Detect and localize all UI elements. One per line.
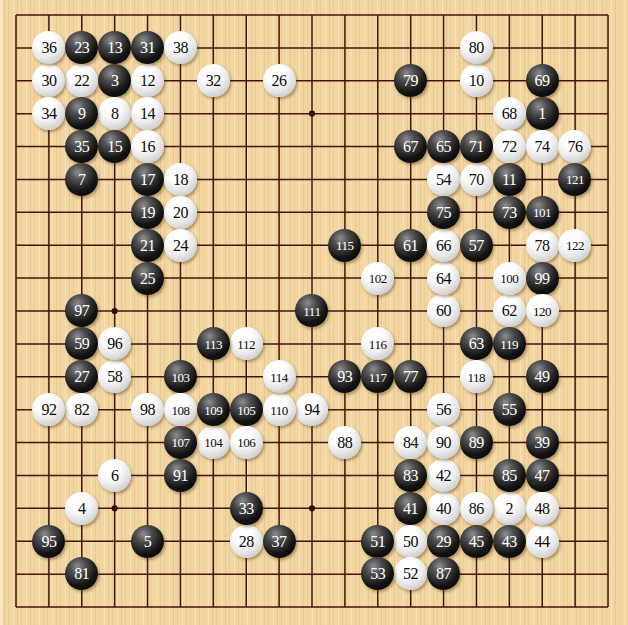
white-stone: 116	[361, 327, 394, 360]
move-number: 27	[74, 368, 89, 385]
white-stone: 70	[460, 163, 493, 196]
move-number: 64	[436, 270, 451, 287]
white-stone: 48	[526, 492, 559, 525]
move-number: 37	[272, 533, 287, 550]
move-number: 103	[171, 370, 189, 384]
move-number: 19	[140, 204, 155, 221]
move-number: 12	[140, 72, 155, 89]
black-stone: 5	[131, 525, 164, 558]
black-stone: 57	[460, 229, 493, 262]
black-stone: 105	[230, 393, 263, 426]
black-stone: 17	[131, 163, 164, 196]
move-number: 93	[337, 368, 352, 385]
move-number: 73	[502, 204, 517, 221]
black-stone: 25	[131, 262, 164, 295]
move-number: 42	[436, 467, 451, 484]
move-number: 57	[469, 237, 484, 254]
move-number: 81	[74, 565, 89, 582]
white-stone: 106	[230, 426, 263, 459]
white-stone: 98	[131, 393, 164, 426]
move-number: 89	[469, 434, 484, 451]
black-stone: 27	[65, 360, 98, 393]
move-number: 20	[173, 204, 188, 221]
black-stone: 21	[131, 229, 164, 262]
white-stone: 22	[65, 64, 98, 97]
move-number: 106	[237, 435, 255, 449]
white-stone: 36	[32, 31, 65, 64]
move-number: 110	[270, 403, 288, 417]
white-stone: 42	[427, 459, 460, 492]
white-stone: 66	[427, 229, 460, 262]
white-stone: 76	[558, 130, 591, 163]
white-stone: 72	[493, 130, 526, 163]
move-number: 34	[41, 105, 56, 122]
black-stone: 19	[131, 196, 164, 229]
move-number: 52	[403, 565, 418, 582]
black-stone: 87	[427, 557, 460, 590]
move-number: 65	[436, 138, 451, 155]
move-number: 72	[502, 138, 517, 155]
move-number: 80	[469, 39, 484, 56]
move-number: 60	[436, 302, 451, 319]
move-number: 32	[206, 72, 221, 89]
move-number: 25	[140, 270, 155, 287]
black-stone: 91	[164, 459, 197, 492]
move-number: 40	[436, 500, 451, 517]
move-number: 50	[403, 533, 418, 550]
move-number: 45	[469, 533, 484, 550]
move-number: 90	[436, 434, 451, 451]
move-number: 108	[171, 403, 189, 417]
black-stone: 3	[98, 64, 131, 97]
move-number: 95	[41, 533, 56, 550]
move-number: 16	[140, 138, 155, 155]
move-number: 31	[140, 39, 155, 56]
white-stone: 8	[98, 97, 131, 130]
move-number: 62	[502, 302, 517, 319]
move-number: 61	[403, 237, 418, 254]
black-stone: 77	[394, 360, 427, 393]
black-stone: 79	[394, 64, 427, 97]
black-stone: 13	[98, 31, 131, 64]
black-stone: 47	[526, 459, 559, 492]
move-number: 3	[111, 72, 119, 89]
white-stone: 118	[460, 360, 493, 393]
black-stone: 49	[526, 360, 559, 393]
white-stone: 90	[427, 426, 460, 459]
move-number: 82	[74, 401, 89, 418]
move-number: 98	[140, 401, 155, 418]
black-stone: 119	[493, 327, 526, 360]
move-number: 78	[535, 237, 550, 254]
move-number: 35	[74, 138, 89, 155]
move-number: 102	[369, 271, 387, 285]
black-stone: 75	[427, 196, 460, 229]
move-number: 38	[173, 39, 188, 56]
move-number: 75	[436, 204, 451, 221]
white-stone: 74	[526, 130, 559, 163]
white-stone: 24	[164, 229, 197, 262]
move-number: 11	[502, 171, 516, 188]
move-number: 8	[111, 105, 119, 122]
move-number: 122	[566, 238, 584, 252]
black-stone: 7	[65, 163, 98, 196]
move-number: 71	[469, 138, 484, 155]
move-number: 48	[535, 500, 550, 517]
move-number: 59	[74, 335, 89, 352]
move-number: 67	[403, 138, 418, 155]
black-stone: 67	[394, 130, 427, 163]
black-stone: 11	[493, 163, 526, 196]
move-number: 68	[502, 105, 517, 122]
black-stone: 39	[526, 426, 559, 459]
move-number: 116	[369, 337, 387, 351]
move-number: 85	[502, 467, 517, 484]
move-number: 24	[173, 237, 188, 254]
white-stone: 80	[460, 31, 493, 64]
move-number: 58	[107, 368, 122, 385]
white-stone: 54	[427, 163, 460, 196]
white-stone: 12	[131, 64, 164, 97]
white-stone: 50	[394, 525, 427, 558]
white-stone: 110	[263, 393, 296, 426]
move-number: 74	[535, 138, 550, 155]
move-number: 10	[469, 72, 484, 89]
move-number: 101	[533, 205, 551, 219]
move-number: 6	[111, 467, 119, 484]
move-number: 70	[469, 171, 484, 188]
white-stone: 20	[164, 196, 197, 229]
white-stone: 78	[526, 229, 559, 262]
move-number: 83	[403, 467, 418, 484]
black-stone: 59	[65, 327, 98, 360]
white-stone: 26	[263, 64, 296, 97]
white-stone: 104	[197, 426, 230, 459]
move-number: 100	[500, 271, 518, 285]
move-number: 111	[303, 304, 320, 318]
black-stone: 111	[295, 294, 328, 327]
white-stone: 100	[493, 262, 526, 295]
black-stone: 93	[328, 360, 361, 393]
move-number: 104	[204, 435, 222, 449]
move-number: 5	[144, 533, 152, 550]
move-number: 54	[436, 171, 451, 188]
move-number: 63	[469, 335, 484, 352]
black-stone: 95	[32, 525, 65, 558]
move-number: 94	[304, 401, 319, 418]
go-board: 1234567891011121314151617181920212223242…	[0, 0, 628, 625]
white-stone: 6	[98, 459, 131, 492]
black-stone: 45	[460, 525, 493, 558]
black-stone: 35	[65, 130, 98, 163]
move-number: 115	[336, 238, 354, 252]
move-number: 15	[107, 138, 122, 155]
move-number: 23	[74, 39, 89, 56]
move-number: 1	[538, 105, 546, 122]
black-stone: 99	[526, 262, 559, 295]
move-number: 39	[535, 434, 550, 451]
move-number: 29	[436, 533, 451, 550]
black-stone: 29	[427, 525, 460, 558]
white-stone: 88	[328, 426, 361, 459]
black-stone: 121	[558, 163, 591, 196]
white-stone: 38	[164, 31, 197, 64]
white-stone: 64	[427, 262, 460, 295]
move-number: 119	[500, 337, 518, 351]
move-number: 84	[403, 434, 418, 451]
move-number: 121	[566, 172, 584, 186]
move-number: 92	[41, 401, 56, 418]
white-stone: 14	[131, 97, 164, 130]
move-number: 17	[140, 171, 155, 188]
white-stone: 52	[394, 557, 427, 590]
black-stone: 117	[361, 360, 394, 393]
move-number: 56	[436, 401, 451, 418]
white-stone: 30	[32, 64, 65, 97]
move-number: 114	[270, 370, 288, 384]
white-stone: 122	[558, 229, 591, 262]
move-number: 87	[436, 565, 451, 582]
black-stone: 43	[493, 525, 526, 558]
move-number: 69	[535, 72, 550, 89]
move-number: 47	[535, 467, 550, 484]
white-stone: 120	[526, 294, 559, 327]
move-number: 14	[140, 105, 155, 122]
white-stone: 86	[460, 492, 493, 525]
white-stone: 84	[394, 426, 427, 459]
black-stone: 115	[328, 229, 361, 262]
black-stone: 61	[394, 229, 427, 262]
move-number: 86	[469, 500, 484, 517]
white-stone: 10	[460, 64, 493, 97]
white-stone: 102	[361, 262, 394, 295]
white-stone: 92	[32, 393, 65, 426]
move-number: 88	[337, 434, 352, 451]
white-stone: 82	[65, 393, 98, 426]
move-number: 43	[502, 533, 517, 550]
black-stone: 69	[526, 64, 559, 97]
move-number: 118	[467, 370, 485, 384]
move-number: 7	[78, 171, 86, 188]
move-number: 96	[107, 335, 122, 352]
black-stone: 37	[263, 525, 296, 558]
white-stone: 4	[65, 492, 98, 525]
white-stone: 2	[493, 492, 526, 525]
black-stone: 31	[131, 31, 164, 64]
move-number: 76	[567, 138, 582, 155]
white-stone: 112	[230, 327, 263, 360]
white-stone: 32	[197, 64, 230, 97]
move-number: 49	[535, 368, 550, 385]
move-number: 22	[74, 72, 89, 89]
move-number: 113	[204, 337, 222, 351]
white-stone: 60	[427, 294, 460, 327]
white-stone: 34	[32, 97, 65, 130]
white-stone: 96	[98, 327, 131, 360]
black-stone: 23	[65, 31, 98, 64]
black-stone: 103	[164, 360, 197, 393]
black-stone: 109	[197, 393, 230, 426]
move-number: 53	[370, 565, 385, 582]
move-number: 18	[173, 171, 188, 188]
black-stone: 51	[361, 525, 394, 558]
black-stone: 85	[493, 459, 526, 492]
move-number: 112	[237, 337, 255, 351]
move-number: 117	[369, 370, 387, 384]
black-stone: 65	[427, 130, 460, 163]
black-stone: 53	[361, 557, 394, 590]
black-stone: 41	[394, 492, 427, 525]
white-stone: 58	[98, 360, 131, 393]
black-stone: 89	[460, 426, 493, 459]
move-number: 91	[173, 467, 188, 484]
black-stone: 55	[493, 393, 526, 426]
move-number: 120	[533, 304, 551, 318]
move-number: 4	[78, 500, 86, 517]
white-stone: 68	[493, 97, 526, 130]
white-stone: 28	[230, 525, 263, 558]
black-stone: 15	[98, 130, 131, 163]
move-number: 105	[237, 403, 255, 417]
white-stone: 18	[164, 163, 197, 196]
move-number: 33	[239, 500, 254, 517]
black-stone: 63	[460, 327, 493, 360]
move-number: 26	[272, 72, 287, 89]
stones-layer: 1234567891011121314151617181920212223242…	[0, 0, 624, 623]
black-stone: 1	[526, 97, 559, 130]
move-number: 66	[436, 237, 451, 254]
white-stone: 114	[263, 360, 296, 393]
move-number: 2	[505, 500, 513, 517]
move-number: 97	[74, 302, 89, 319]
white-stone: 40	[427, 492, 460, 525]
black-stone: 107	[164, 426, 197, 459]
move-number: 109	[204, 403, 222, 417]
black-stone: 101	[526, 196, 559, 229]
black-stone: 71	[460, 130, 493, 163]
black-stone: 73	[493, 196, 526, 229]
move-number: 13	[107, 39, 122, 56]
move-number: 107	[171, 435, 189, 449]
black-stone: 83	[394, 459, 427, 492]
black-stone: 9	[65, 97, 98, 130]
white-stone: 44	[526, 525, 559, 558]
black-stone: 33	[230, 492, 263, 525]
move-number: 51	[370, 533, 385, 550]
move-number: 99	[535, 270, 550, 287]
move-number: 79	[403, 72, 418, 89]
move-number: 41	[403, 500, 418, 517]
black-stone: 113	[197, 327, 230, 360]
white-stone: 62	[493, 294, 526, 327]
white-stone: 16	[131, 130, 164, 163]
black-stone: 81	[65, 557, 98, 590]
white-stone: 108	[164, 393, 197, 426]
black-stone: 97	[65, 294, 98, 327]
move-number: 44	[535, 533, 550, 550]
white-stone: 94	[295, 393, 328, 426]
move-number: 21	[140, 237, 155, 254]
white-stone: 56	[427, 393, 460, 426]
move-number: 55	[502, 401, 517, 418]
move-number: 9	[78, 105, 86, 122]
move-number: 30	[41, 72, 56, 89]
move-number: 77	[403, 368, 418, 385]
move-number: 36	[41, 39, 56, 56]
move-number: 28	[239, 533, 254, 550]
